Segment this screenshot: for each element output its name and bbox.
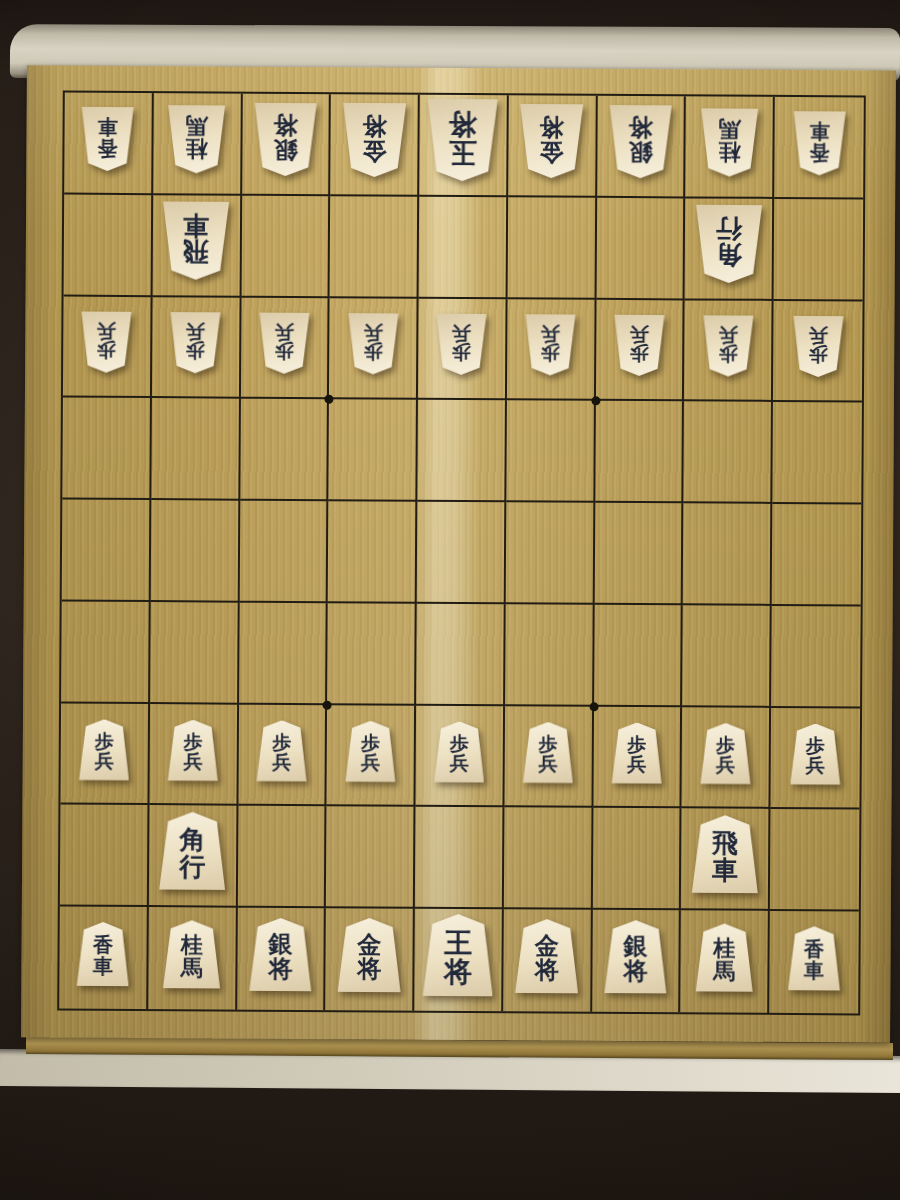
cell-5e[interactable]: [417, 502, 506, 604]
cell-1g[interactable]: 歩兵: [771, 708, 860, 810]
piece-kanji: 角: [716, 241, 742, 268]
piece-kanji: 馬: [718, 118, 740, 141]
piece-kanji: 金: [540, 139, 564, 164]
piece-kanji: 馬: [181, 956, 203, 979]
piece-kanji: 行: [716, 214, 742, 241]
piece-silver-gote[interactable]: 銀将: [609, 105, 671, 178]
piece-kanji: 車: [93, 956, 113, 977]
piece-gold-sente[interactable]: 金将: [515, 919, 578, 993]
piece-kanji: 将: [629, 115, 653, 140]
cell-1d[interactable]: [773, 402, 862, 504]
piece-kanji: 香: [809, 141, 829, 162]
cell-9g[interactable]: 歩兵: [60, 703, 149, 805]
cell-7e[interactable]: [239, 501, 328, 603]
piece-gold-gote[interactable]: 金将: [343, 103, 406, 177]
cell-1c[interactable]: 歩兵: [773, 300, 862, 402]
cell-1i[interactable]: 香車: [769, 911, 858, 1013]
cell-9c[interactable]: 歩兵: [63, 296, 152, 398]
piece-king-gote[interactable]: 玉将: [428, 99, 498, 181]
piece-kanji: 車: [183, 211, 209, 238]
cell-3b[interactable]: [596, 198, 685, 300]
piece-pawn-gote[interactable]: 歩兵: [170, 313, 220, 374]
piece-pawn-gote[interactable]: 歩兵: [525, 315, 575, 376]
hoshi-dot: [323, 700, 332, 709]
cell-7g[interactable]: 歩兵: [238, 704, 327, 806]
cell-9a[interactable]: 香車: [64, 93, 153, 195]
piece-kanji: 兵: [719, 325, 738, 345]
piece-pawn-sente[interactable]: 歩兵: [523, 722, 573, 783]
cell-8a[interactable]: 桂馬: [153, 93, 242, 195]
piece-kanji: 将: [444, 958, 472, 987]
piece-pawn-sente[interactable]: 歩兵: [434, 721, 484, 782]
piece-pawn-gote[interactable]: 歩兵: [703, 316, 753, 377]
piece-kanji: 歩: [363, 342, 382, 362]
piece-pawn-sente[interactable]: 歩兵: [612, 722, 662, 783]
piece-kanji: 将: [273, 112, 297, 137]
piece-kanji: 歩: [718, 345, 737, 365]
shogi-board: 香車桂馬銀将金将玉将金将銀将桂馬香車飛車角行歩兵歩兵歩兵歩兵歩兵歩兵歩兵歩兵歩兵…: [21, 65, 896, 1042]
piece-kanji: 将: [357, 957, 381, 982]
piece-kanji: 兵: [361, 753, 380, 773]
piece-lance-sente[interactable]: 香車: [77, 922, 129, 986]
piece-knight-sente[interactable]: 桂馬: [163, 920, 220, 988]
hoshi-dot: [589, 702, 598, 711]
piece-lance-sente[interactable]: 香車: [788, 926, 840, 990]
cell-2i[interactable]: 桂馬: [681, 911, 770, 1013]
piece-bishop-gote[interactable]: 角行: [695, 204, 761, 282]
piece-pawn-gote[interactable]: 歩兵: [793, 316, 843, 377]
piece-kanji: 香: [98, 137, 118, 158]
piece-pawn-sente[interactable]: 歩兵: [700, 723, 750, 784]
piece-pawn-gote[interactable]: 歩兵: [259, 313, 309, 374]
cell-7i[interactable]: 銀将: [237, 908, 326, 1010]
cell-7d[interactable]: [240, 399, 329, 501]
piece-kanji: 馬: [713, 960, 735, 983]
piece-kanji: 歩: [630, 344, 649, 364]
cell-9h[interactable]: [60, 805, 149, 907]
cell-4i[interactable]: 金将: [503, 910, 592, 1012]
piece-kanji: 桂: [181, 934, 203, 957]
piece-pawn-gote[interactable]: 歩兵: [81, 312, 131, 373]
cell-2d[interactable]: [684, 402, 773, 504]
cell-2g[interactable]: 歩兵: [682, 707, 771, 809]
cell-9b[interactable]: [64, 194, 153, 296]
piece-pawn-sente[interactable]: 歩兵: [168, 720, 218, 781]
piece-silver-sente[interactable]: 銀将: [604, 920, 666, 993]
cell-7a[interactable]: 銀将: [242, 94, 331, 196]
cell-1a[interactable]: 香車: [774, 97, 863, 199]
piece-kanji: 兵: [808, 326, 827, 346]
piece-kanji: 歩: [186, 341, 205, 361]
cell-7c[interactable]: 歩兵: [240, 297, 329, 399]
piece-kanji: 兵: [538, 754, 557, 774]
piece-kanji: 車: [804, 960, 824, 981]
cell-8d[interactable]: [151, 398, 240, 500]
photo-scene: 香車桂馬銀将金将玉将金将銀将桂馬香車飛車角行歩兵歩兵歩兵歩兵歩兵歩兵歩兵歩兵歩兵…: [0, 0, 900, 1200]
cell-5b[interactable]: [419, 197, 508, 299]
piece-kanji: 歩: [275, 342, 294, 362]
piece-lance-gote[interactable]: 香車: [82, 107, 134, 171]
cell-3a[interactable]: 銀将: [597, 96, 686, 198]
piece-kanji: 桂: [713, 937, 735, 960]
cell-8f[interactable]: [150, 602, 239, 704]
cell-8g[interactable]: 歩兵: [149, 704, 238, 806]
piece-kanji: 車: [98, 116, 118, 137]
piece-rook-sente[interactable]: 飛車: [692, 815, 758, 893]
cell-6g[interactable]: 歩兵: [327, 705, 416, 807]
piece-rook-gote[interactable]: 飛車: [163, 201, 229, 279]
cell-2c[interactable]: 歩兵: [684, 300, 773, 402]
cell-7f[interactable]: [239, 603, 328, 705]
cell-5d[interactable]: [417, 400, 506, 502]
piece-kanji: 兵: [716, 755, 735, 775]
piece-pawn-sente[interactable]: 歩兵: [345, 721, 395, 782]
piece-knight-gote[interactable]: 桂馬: [701, 108, 758, 176]
cell-3i[interactable]: 銀将: [592, 910, 681, 1012]
piece-kanji: 将: [362, 113, 386, 138]
cell-4e[interactable]: [506, 502, 595, 604]
cell-4b[interactable]: [507, 197, 596, 299]
piece-kanji: 飛: [183, 238, 209, 265]
cell-2b[interactable]: 角行: [685, 198, 774, 300]
cell-4h[interactable]: [504, 808, 593, 910]
piece-kanji: 将: [449, 109, 477, 138]
piece-silver-sente[interactable]: 銀将: [249, 918, 311, 991]
cell-8b[interactable]: 飛車: [152, 195, 241, 297]
piece-kanji: 歩: [97, 341, 116, 361]
piece-kanji: 歩: [541, 344, 560, 364]
cell-5a[interactable]: 玉将: [419, 95, 508, 197]
piece-kanji: 角: [179, 826, 205, 853]
cell-7h[interactable]: [237, 806, 326, 908]
cell-3c[interactable]: 歩兵: [596, 299, 685, 401]
piece-kanji: 将: [540, 114, 564, 139]
cell-8c[interactable]: 歩兵: [152, 297, 241, 399]
piece-lance-gote[interactable]: 香車: [793, 111, 845, 175]
cell-9f[interactable]: [61, 601, 150, 703]
piece-kanji: 兵: [364, 323, 383, 343]
piece-kanji: 兵: [450, 754, 469, 774]
piece-knight-gote[interactable]: 桂馬: [168, 105, 225, 173]
piece-pawn-gote[interactable]: 歩兵: [614, 315, 664, 376]
piece-knight-sente[interactable]: 桂馬: [696, 923, 753, 991]
cell-4g[interactable]: 歩兵: [504, 706, 593, 808]
piece-kanji: 将: [268, 957, 292, 982]
piece-kanji: 兵: [627, 755, 646, 775]
cell-5f[interactable]: [416, 604, 505, 706]
piece-kanji: 将: [535, 958, 559, 983]
cell-6b[interactable]: [330, 196, 419, 298]
cell-1h[interactable]: [770, 809, 859, 911]
cell-5i[interactable]: 王将: [414, 909, 503, 1011]
cell-1b[interactable]: [774, 199, 863, 301]
piece-kanji: 香: [93, 935, 113, 956]
cell-9d[interactable]: [62, 398, 151, 500]
cell-2h[interactable]: 飛車: [681, 809, 770, 911]
cell-4d[interactable]: [506, 401, 595, 503]
piece-kanji: 銀: [628, 139, 652, 164]
piece-kanji: 金: [362, 138, 386, 163]
piece-kanji: 馬: [186, 114, 208, 137]
cell-3f[interactable]: [594, 605, 683, 707]
piece-kanji: 銀: [273, 137, 297, 162]
piece-kanji: 飛: [712, 830, 738, 857]
board-grid: 香車桂馬銀将金将玉将金将銀将桂馬香車飛車角行歩兵歩兵歩兵歩兵歩兵歩兵歩兵歩兵歩兵…: [57, 91, 866, 1016]
piece-kanji: 香: [804, 940, 824, 961]
cell-5g[interactable]: 歩兵: [416, 705, 505, 807]
piece-kanji: 車: [809, 121, 829, 142]
cell-8i[interactable]: 桂馬: [148, 907, 237, 1009]
piece-kanji: 王: [444, 929, 472, 958]
piece-kanji: 行: [179, 853, 205, 880]
cell-3d[interactable]: [595, 401, 684, 503]
piece-kanji: 玉: [449, 137, 477, 166]
piece-pawn-gote[interactable]: 歩兵: [348, 314, 398, 375]
piece-kanji: 歩: [808, 345, 827, 365]
piece-pawn-sente[interactable]: 歩兵: [790, 723, 840, 784]
hoshi-dot: [591, 397, 600, 406]
cell-4c[interactable]: 歩兵: [507, 299, 596, 401]
cell-6e[interactable]: [328, 501, 417, 603]
piece-kanji: 将: [623, 959, 647, 984]
piece-kanji: 兵: [186, 322, 205, 342]
cell-8h[interactable]: 角行: [149, 806, 238, 908]
cell-2a[interactable]: 桂馬: [686, 96, 775, 198]
piece-silver-gote[interactable]: 銀将: [254, 103, 316, 176]
piece-kanji: 兵: [97, 321, 116, 341]
hoshi-dot: [325, 395, 334, 404]
piece-kanji: 車: [712, 856, 738, 883]
cell-4a[interactable]: 金将: [508, 95, 597, 197]
piece-gold-gote[interactable]: 金将: [520, 104, 583, 178]
piece-gold-sente[interactable]: 金将: [338, 918, 401, 992]
piece-kanji: 兵: [95, 751, 114, 771]
cell-1f[interactable]: [771, 606, 860, 708]
piece-kanji: 兵: [806, 756, 825, 776]
cell-9e[interactable]: [62, 500, 151, 602]
cell-8e[interactable]: [150, 500, 239, 602]
cell-3h[interactable]: [592, 808, 681, 910]
cell-5c[interactable]: 歩兵: [418, 298, 507, 400]
piece-king-sente[interactable]: 王将: [423, 914, 493, 996]
cell-6a[interactable]: 金将: [331, 94, 420, 196]
piece-pawn-sente[interactable]: 歩兵: [79, 719, 129, 780]
piece-kanji: 兵: [452, 323, 471, 343]
cell-4f[interactable]: [505, 604, 594, 706]
piece-kanji: 兵: [630, 325, 649, 345]
cell-9i[interactable]: 香車: [59, 907, 148, 1009]
cell-3g[interactable]: 歩兵: [593, 706, 682, 808]
cell-5h[interactable]: [415, 807, 504, 909]
piece-kanji: 兵: [272, 753, 291, 773]
cell-6c[interactable]: 歩兵: [329, 298, 418, 400]
cell-6d[interactable]: [329, 400, 418, 502]
cell-3e[interactable]: [594, 503, 683, 605]
piece-pawn-gote[interactable]: 歩兵: [437, 314, 487, 375]
cell-2e[interactable]: [683, 503, 772, 605]
cell-6h[interactable]: [326, 807, 415, 909]
cell-7b[interactable]: [241, 195, 330, 297]
piece-kanji: 兵: [541, 324, 560, 344]
piece-kanji: 桂: [186, 137, 208, 160]
piece-kanji: 兵: [183, 752, 202, 772]
cell-2f[interactable]: [683, 605, 772, 707]
piece-pawn-sente[interactable]: 歩兵: [257, 720, 307, 781]
piece-kanji: 兵: [275, 322, 294, 342]
cell-1e[interactable]: [772, 504, 861, 606]
piece-bishop-sente[interactable]: 角行: [159, 812, 225, 890]
cell-6i[interactable]: 金将: [326, 908, 415, 1010]
piece-kanji: 桂: [718, 140, 740, 163]
piece-kanji: 歩: [452, 343, 471, 363]
cell-6f[interactable]: [327, 603, 416, 705]
